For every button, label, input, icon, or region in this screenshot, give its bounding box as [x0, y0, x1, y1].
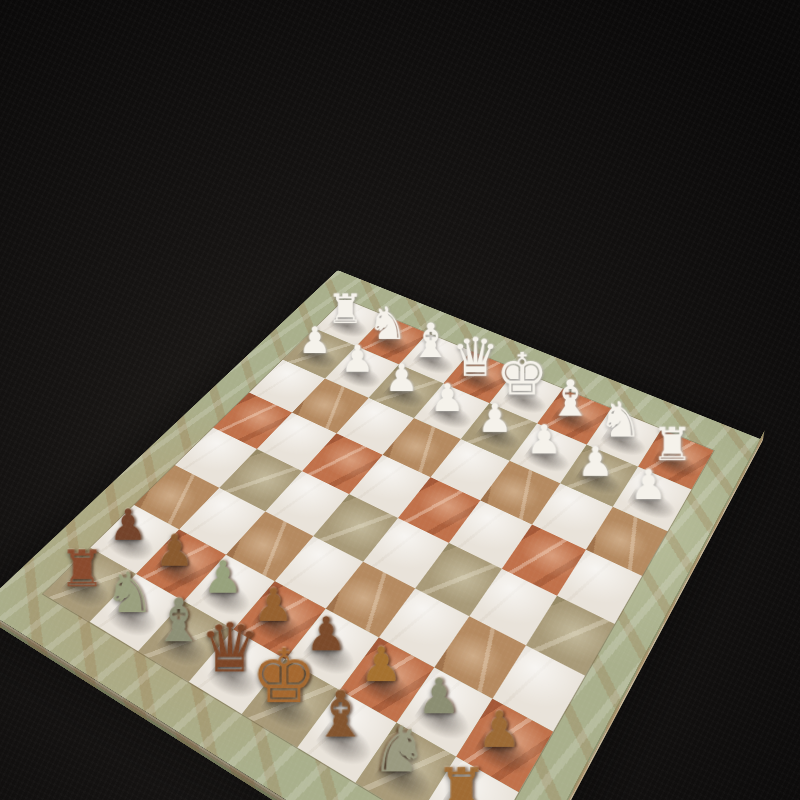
board-grid: ♜♞♝♛♚♝♞♜♟♟♟♟♟♟♟♟♟♟♟♟♟♟♟♟♜♞♝♛♚♝♞♜	[43, 299, 713, 800]
white-pawn: ♟	[467, 401, 523, 437]
white-pawn: ♟	[619, 467, 678, 505]
chess-board: ♜♞♝♛♚♝♞♜♟♟♟♟♟♟♟♟♟♟♟♟♟♟♟♟♜♞♝♛♚♝♞♜	[0, 270, 763, 800]
dark-pawn: ♟	[463, 708, 535, 754]
white-pawn: ♟	[566, 444, 624, 481]
product-photo-backdrop: ♜♞♝♛♚♝♞♜♟♟♟♟♟♟♟♟♟♟♟♟♟♟♟♟♜♞♝♛♚♝♞♜	[0, 0, 800, 800]
white-bishop: ♝	[543, 376, 598, 422]
dark-rook: ♜	[424, 762, 499, 800]
white-king: ♚	[495, 348, 549, 401]
scene-3d: ♜♞♝♛♚♝♞♜♟♟♟♟♟♟♟♟♟♟♟♟♟♟♟♟♜♞♝♛♚♝♞♜	[0, 0, 800, 800]
white-knight: ♞	[592, 398, 648, 443]
square	[349, 455, 430, 518]
white-rook: ♜	[644, 423, 701, 465]
white-pawn: ♟	[515, 422, 572, 459]
